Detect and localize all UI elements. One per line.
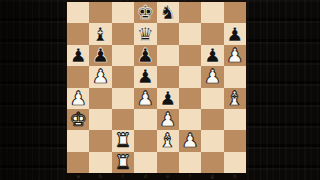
square-g4[interactable] [201,88,223,109]
black-pawn[interactable]: ♟ [137,67,154,86]
black-knight[interactable]: ♞ [159,3,176,22]
square-c1[interactable]: ♜ [112,152,134,173]
square-e5[interactable] [157,66,179,87]
black-pawn[interactable]: ♟ [137,45,154,64]
file-label-d: d [134,173,156,180]
white-pawn[interactable]: ♟ [159,110,176,129]
square-a4[interactable]: ♟ [67,88,89,109]
square-b7[interactable]: ♝ [89,23,111,44]
white-rook[interactable]: ♜ [114,131,131,150]
square-e1[interactable] [157,152,179,173]
square-c7[interactable] [112,23,134,44]
square-e4[interactable]: ♟ [157,88,179,109]
white-bishop[interactable]: ♝ [159,131,176,150]
square-b6[interactable]: ♟ [89,45,111,66]
square-b1[interactable] [89,152,111,173]
file-label-h: h [224,173,246,180]
file-label-g: g [201,173,223,180]
black-pawn[interactable]: ♟ [70,45,87,64]
square-g6[interactable]: ♟ [201,45,223,66]
square-d4[interactable]: ♟ [134,88,156,109]
file-label-b: b [89,173,111,180]
square-d7[interactable]: ♛ [134,23,156,44]
square-b8[interactable] [89,2,111,23]
square-a1[interactable] [67,152,89,173]
square-d3[interactable] [134,109,156,130]
black-pawn[interactable]: ♟ [92,45,109,64]
square-f5[interactable] [179,66,201,87]
square-c8[interactable] [112,2,134,23]
square-f7[interactable] [179,23,201,44]
square-e8[interactable]: ♞ [157,2,179,23]
square-h5[interactable] [224,66,246,87]
square-h4[interactable]: ♝ [224,88,246,109]
square-h8[interactable] [224,2,246,23]
file-label-c: c [112,173,134,180]
square-h1[interactable] [224,152,246,173]
square-a6[interactable]: ♟ [67,45,89,66]
square-g5[interactable]: ♟ [201,66,223,87]
square-a8[interactable] [67,2,89,23]
square-b5[interactable]: ♟ [89,66,111,87]
square-e3[interactable]: ♟ [157,109,179,130]
black-pawn[interactable]: ♟ [226,24,243,43]
square-a7[interactable] [67,23,89,44]
white-rook[interactable]: ♜ [114,152,131,171]
white-pawn[interactable]: ♟ [92,67,109,86]
square-f3[interactable] [179,109,201,130]
white-pawn[interactable]: ♟ [137,88,154,107]
square-a3[interactable]: ♚ [67,109,89,130]
square-c3[interactable] [112,109,134,130]
black-queen[interactable]: ♛ [137,24,154,43]
square-c5[interactable] [112,66,134,87]
square-h3[interactable] [224,109,246,130]
square-a5[interactable] [67,66,89,87]
square-f1[interactable] [179,152,201,173]
square-e6[interactable] [157,45,179,66]
black-pawn[interactable]: ♟ [159,88,176,107]
square-f4[interactable] [179,88,201,109]
file-label-a: a [67,173,89,180]
square-b4[interactable] [89,88,111,109]
square-b2[interactable] [89,130,111,151]
chess-board: ♚♞♝♛♟♟♟♟♟♟♟♟♟♟♟♟♝♚♟♜♝♟♜ [67,2,246,173]
square-g8[interactable] [201,2,223,23]
square-h2[interactable] [224,130,246,151]
file-labels: abcdefgh [67,173,246,180]
square-d5[interactable]: ♟ [134,66,156,87]
file-label-f: f [179,173,201,180]
file-label-e: e [157,173,179,180]
white-pawn[interactable]: ♟ [226,45,243,64]
square-f6[interactable] [179,45,201,66]
square-e7[interactable] [157,23,179,44]
square-d1[interactable] [134,152,156,173]
white-pawn[interactable]: ♟ [70,88,87,107]
black-pawn[interactable]: ♟ [204,45,221,64]
square-f2[interactable]: ♟ [179,130,201,151]
square-f8[interactable] [179,2,201,23]
square-g2[interactable] [201,130,223,151]
black-bishop[interactable]: ♝ [92,24,109,43]
square-c4[interactable] [112,88,134,109]
square-c2[interactable]: ♜ [112,130,134,151]
square-g7[interactable] [201,23,223,44]
square-c6[interactable] [112,45,134,66]
square-h6[interactable]: ♟ [224,45,246,66]
white-king[interactable]: ♚ [70,110,87,129]
square-d8[interactable]: ♚ [134,2,156,23]
square-h7[interactable]: ♟ [224,23,246,44]
square-g1[interactable] [201,152,223,173]
square-d6[interactable]: ♟ [134,45,156,66]
square-a2[interactable] [67,130,89,151]
white-bishop[interactable]: ♝ [226,88,243,107]
square-g3[interactable] [201,109,223,130]
square-d2[interactable] [134,130,156,151]
white-pawn[interactable]: ♟ [204,67,221,86]
white-pawn[interactable]: ♟ [182,131,199,150]
square-b3[interactable] [89,109,111,130]
black-king[interactable]: ♚ [137,3,154,22]
square-e2[interactable]: ♝ [157,130,179,151]
